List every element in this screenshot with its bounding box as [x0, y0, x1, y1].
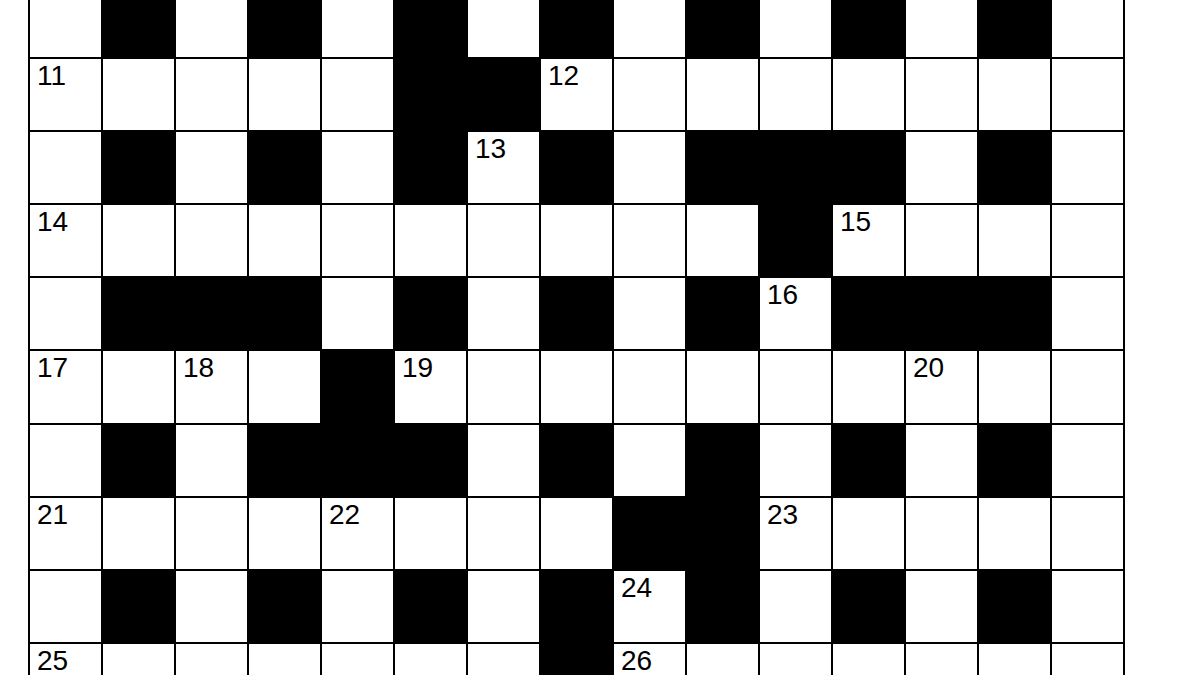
block-cell-r3-c10 [760, 205, 831, 276]
cell-r3-c14[interactable] [1052, 205, 1123, 276]
cell-r5-c8[interactable] [614, 351, 685, 422]
cell-r5-c7[interactable] [541, 351, 612, 422]
cell-r3-c12[interactable] [906, 205, 977, 276]
cell-r5-c0[interactable]: 17 [30, 351, 101, 422]
block-cell-r2-c3 [249, 132, 320, 203]
block-cell-r0-c9 [687, 0, 758, 57]
block-cell-r8-c7 [541, 571, 612, 642]
cell-r9-c4[interactable] [322, 644, 393, 675]
block-cell-r8-c13 [979, 571, 1050, 642]
block-cell-r5-c4 [322, 351, 393, 422]
cell-r5-c6[interactable] [468, 351, 539, 422]
cell-r9-c5[interactable] [395, 644, 466, 675]
block-cell-r0-c11 [833, 0, 904, 57]
cell-r8-c12[interactable] [906, 571, 977, 642]
clue-number-26: 26 [621, 647, 652, 675]
cell-r7-c4[interactable]: 22 [322, 498, 393, 569]
cell-r9-c1[interactable] [103, 644, 174, 675]
clue-number-17: 17 [37, 354, 68, 382]
cell-r4-c6[interactable] [468, 278, 539, 349]
cell-r1-c0[interactable]: 11 [30, 59, 101, 130]
cell-r6-c0[interactable] [30, 425, 101, 496]
cell-r3-c3[interactable] [249, 205, 320, 276]
block-cell-r0-c3 [249, 0, 320, 57]
clue-number-25: 25 [37, 647, 68, 675]
cell-r1-c14[interactable] [1052, 59, 1123, 130]
cell-r7-c14[interactable] [1052, 498, 1123, 569]
block-cell-r2-c1 [103, 132, 174, 203]
cell-r5-c9[interactable] [687, 351, 758, 422]
cell-r8-c10[interactable] [760, 571, 831, 642]
cell-r4-c0[interactable] [30, 278, 101, 349]
block-cell-r6-c1 [103, 425, 174, 496]
block-cell-r6-c5 [395, 425, 466, 496]
cell-r7-c1[interactable] [103, 498, 174, 569]
cell-r3-c6[interactable] [468, 205, 539, 276]
cell-r7-c11[interactable] [833, 498, 904, 569]
cell-r2-c12[interactable] [906, 132, 977, 203]
cell-r2-c4[interactable] [322, 132, 393, 203]
clue-number-22: 22 [329, 501, 360, 529]
cell-r9-c14[interactable] [1052, 644, 1123, 675]
cell-r2-c2[interactable] [176, 132, 247, 203]
cell-r5-c5[interactable]: 19 [395, 351, 466, 422]
cell-r1-c4[interactable] [322, 59, 393, 130]
cell-r5-c10[interactable] [760, 351, 831, 422]
clue-number-13: 13 [475, 135, 506, 163]
clue-number-15: 15 [840, 208, 871, 236]
cell-r6-c6[interactable] [468, 425, 539, 496]
block-cell-r2-c13 [979, 132, 1050, 203]
cell-r5-c14[interactable] [1052, 351, 1123, 422]
block-cell-r4-c11 [833, 278, 904, 349]
cell-r1-c2[interactable] [176, 59, 247, 130]
cell-r5-c1[interactable] [103, 351, 174, 422]
cell-r7-c12[interactable] [906, 498, 977, 569]
clue-number-18: 18 [183, 354, 214, 382]
cell-r9-c6[interactable] [468, 644, 539, 675]
cell-r8-c8[interactable]: 24 [614, 571, 685, 642]
cell-r4-c10[interactable]: 16 [760, 278, 831, 349]
clue-number-23: 23 [767, 501, 798, 529]
cell-r0-c4[interactable] [322, 0, 393, 57]
block-cell-r0-c13 [979, 0, 1050, 57]
cell-r9-c11[interactable] [833, 644, 904, 675]
cell-r9-c9[interactable] [687, 644, 758, 675]
cell-r9-c3[interactable] [249, 644, 320, 675]
block-cell-r2-c11 [833, 132, 904, 203]
cell-r7-c7[interactable] [541, 498, 612, 569]
block-cell-r2-c5 [395, 132, 466, 203]
cell-r7-c3[interactable] [249, 498, 320, 569]
cell-r9-c13[interactable] [979, 644, 1050, 675]
block-cell-r6-c4 [322, 425, 393, 496]
block-cell-r2-c9 [687, 132, 758, 203]
cell-r2-c0[interactable] [30, 132, 101, 203]
block-cell-r8-c5 [395, 571, 466, 642]
cell-r5-c2[interactable]: 18 [176, 351, 247, 422]
cell-r0-c0[interactable] [30, 0, 101, 57]
cell-r3-c0[interactable]: 14 [30, 205, 101, 276]
cell-r3-c1[interactable] [103, 205, 174, 276]
cell-r1-c1[interactable] [103, 59, 174, 130]
block-cell-r9-c7 [541, 644, 612, 675]
cell-r1-c8[interactable] [614, 59, 685, 130]
cell-r5-c13[interactable] [979, 351, 1050, 422]
block-cell-r4-c13 [979, 278, 1050, 349]
cell-r1-c3[interactable] [249, 59, 320, 130]
cell-r2-c8[interactable] [614, 132, 685, 203]
cell-r7-c2[interactable] [176, 498, 247, 569]
cell-r1-c11[interactable] [833, 59, 904, 130]
cell-r8-c2[interactable] [176, 571, 247, 642]
block-cell-r2-c7 [541, 132, 612, 203]
block-cell-r4-c2 [176, 278, 247, 349]
cell-r1-c10[interactable] [760, 59, 831, 130]
block-cell-r7-c8 [614, 498, 685, 569]
cell-r7-c10[interactable]: 23 [760, 498, 831, 569]
cell-r1-c13[interactable] [979, 59, 1050, 130]
block-cell-r0-c7 [541, 0, 612, 57]
cell-r6-c10[interactable] [760, 425, 831, 496]
cell-r7-c0[interactable]: 21 [30, 498, 101, 569]
block-cell-r1-c5 [395, 59, 466, 130]
cell-r8-c4[interactable] [322, 571, 393, 642]
cell-r3-c7[interactable] [541, 205, 612, 276]
block-cell-r4-c12 [906, 278, 977, 349]
cell-r0-c14[interactable] [1052, 0, 1123, 57]
block-cell-r8-c9 [687, 571, 758, 642]
clue-number-11: 11 [37, 62, 66, 90]
cell-r6-c14[interactable] [1052, 425, 1123, 496]
cell-r8-c6[interactable] [468, 571, 539, 642]
cell-r0-c12[interactable] [906, 0, 977, 57]
clue-number-21: 21 [37, 501, 68, 529]
cell-r8-c0[interactable] [30, 571, 101, 642]
cell-r3-c8[interactable] [614, 205, 685, 276]
block-cell-r6-c11 [833, 425, 904, 496]
clue-number-20: 20 [913, 354, 944, 382]
cell-r0-c8[interactable] [614, 0, 685, 57]
clue-number-19: 19 [402, 354, 433, 382]
cell-r9-c12[interactable] [906, 644, 977, 675]
cell-r1-c7[interactable]: 12 [541, 59, 612, 130]
cell-r3-c11[interactable]: 15 [833, 205, 904, 276]
clue-number-14: 14 [37, 208, 68, 236]
block-cell-r8-c11 [833, 571, 904, 642]
cell-r7-c6[interactable] [468, 498, 539, 569]
block-cell-r4-c3 [249, 278, 320, 349]
cell-r4-c14[interactable] [1052, 278, 1123, 349]
cell-r7-c5[interactable] [395, 498, 466, 569]
block-cell-r6-c7 [541, 425, 612, 496]
cell-r0-c6[interactable] [468, 0, 539, 57]
crossword-grid: 11121314151617181920212223242526 [28, 0, 1125, 675]
cell-r3-c5[interactable] [395, 205, 466, 276]
block-cell-r1-c6 [468, 59, 539, 130]
block-cell-r0-c1 [103, 0, 174, 57]
cell-r3-c2[interactable] [176, 205, 247, 276]
cell-r1-c9[interactable] [687, 59, 758, 130]
cell-r9-c10[interactable] [760, 644, 831, 675]
cell-r6-c8[interactable] [614, 425, 685, 496]
cell-r5-c12[interactable]: 20 [906, 351, 977, 422]
block-cell-r4-c5 [395, 278, 466, 349]
block-cell-r4-c9 [687, 278, 758, 349]
cell-r9-c2[interactable] [176, 644, 247, 675]
block-cell-r4-c7 [541, 278, 612, 349]
cell-r9-c8[interactable]: 26 [614, 644, 685, 675]
cell-r2-c14[interactable] [1052, 132, 1123, 203]
cell-r0-c10[interactable] [760, 0, 831, 57]
cell-r5-c3[interactable] [249, 351, 320, 422]
block-cell-r6-c9 [687, 425, 758, 496]
block-cell-r2-c10 [760, 132, 831, 203]
cell-r7-c13[interactable] [979, 498, 1050, 569]
cell-r3-c13[interactable] [979, 205, 1050, 276]
cell-r5-c11[interactable] [833, 351, 904, 422]
cell-r0-c2[interactable] [176, 0, 247, 57]
cell-r3-c9[interactable] [687, 205, 758, 276]
block-cell-r8-c1 [103, 571, 174, 642]
cell-r8-c14[interactable] [1052, 571, 1123, 642]
cell-r9-c0[interactable]: 25 [30, 644, 101, 675]
cell-r1-c12[interactable] [906, 59, 977, 130]
block-cell-r4-c1 [103, 278, 174, 349]
cell-r6-c2[interactable] [176, 425, 247, 496]
block-cell-r6-c13 [979, 425, 1050, 496]
block-cell-r8-c3 [249, 571, 320, 642]
block-cell-r0-c5 [395, 0, 466, 57]
block-cell-r7-c9 [687, 498, 758, 569]
clue-number-12: 12 [548, 62, 579, 90]
clue-number-16: 16 [767, 281, 798, 309]
block-cell-r6-c3 [249, 425, 320, 496]
cell-r4-c4[interactable] [322, 278, 393, 349]
cell-r2-c6[interactable]: 13 [468, 132, 539, 203]
cell-r4-c8[interactable] [614, 278, 685, 349]
cell-r3-c4[interactable] [322, 205, 393, 276]
clue-number-24: 24 [621, 574, 652, 602]
cell-r6-c12[interactable] [906, 425, 977, 496]
